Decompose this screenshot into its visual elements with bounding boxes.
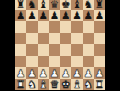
piece-black-queen: ♛ bbox=[50, 0, 59, 9]
square-g6[interactable] bbox=[83, 21, 94, 33]
square-a7[interactable]: ♟ bbox=[15, 10, 26, 22]
square-d3[interactable] bbox=[49, 56, 60, 68]
square-b7[interactable]: ♟ bbox=[26, 10, 37, 22]
square-g1[interactable]: ♞ bbox=[83, 79, 94, 91]
piece-black-pawn: ♟ bbox=[38, 10, 47, 21]
square-b4[interactable] bbox=[26, 44, 37, 56]
square-d5[interactable] bbox=[49, 33, 60, 45]
piece-black-pawn: ♟ bbox=[27, 10, 36, 21]
piece-white-pawn: ♟ bbox=[72, 68, 81, 79]
square-g5[interactable] bbox=[83, 33, 94, 45]
square-b3[interactable] bbox=[26, 56, 37, 68]
piece-black-pawn: ♟ bbox=[95, 10, 104, 21]
square-h1[interactable]: ♜ bbox=[94, 79, 105, 91]
square-c2[interactable]: ♟ bbox=[38, 67, 49, 79]
piece-white-bishop: ♝ bbox=[38, 79, 47, 90]
square-a6[interactable] bbox=[15, 21, 26, 33]
square-c3[interactable] bbox=[38, 56, 49, 68]
piece-white-bishop: ♝ bbox=[72, 79, 81, 90]
piece-black-pawn: ♟ bbox=[50, 10, 59, 21]
square-g3[interactable] bbox=[83, 56, 94, 68]
square-h6[interactable] bbox=[94, 21, 105, 33]
square-h3[interactable] bbox=[94, 56, 105, 68]
square-g2[interactable]: ♟ bbox=[83, 67, 94, 79]
piece-white-queen: ♛ bbox=[50, 79, 59, 90]
square-b2[interactable]: ♟ bbox=[26, 67, 37, 79]
square-h5[interactable] bbox=[94, 33, 105, 45]
piece-black-king: ♚ bbox=[61, 0, 70, 9]
square-g4[interactable] bbox=[83, 44, 94, 56]
piece-white-pawn: ♟ bbox=[50, 68, 59, 79]
square-c1[interactable]: ♝ bbox=[38, 79, 49, 91]
square-e3[interactable] bbox=[60, 56, 71, 68]
square-e2[interactable]: ♟ bbox=[60, 67, 71, 79]
piece-black-pawn: ♟ bbox=[61, 10, 70, 21]
piece-black-knight: ♞ bbox=[27, 0, 36, 9]
square-c5[interactable] bbox=[38, 33, 49, 45]
square-a4[interactable] bbox=[15, 44, 26, 56]
piece-white-knight: ♞ bbox=[27, 79, 36, 90]
square-c6[interactable] bbox=[38, 21, 49, 33]
square-e5[interactable] bbox=[60, 33, 71, 45]
piece-white-pawn: ♟ bbox=[38, 68, 47, 79]
piece-white-rook: ♜ bbox=[16, 79, 25, 90]
square-f4[interactable] bbox=[71, 44, 82, 56]
piece-white-pawn: ♟ bbox=[16, 68, 25, 79]
piece-black-pawn: ♟ bbox=[83, 10, 92, 21]
square-d7[interactable]: ♟ bbox=[49, 10, 60, 22]
square-e6[interactable] bbox=[60, 21, 71, 33]
square-f7[interactable]: ♟ bbox=[71, 10, 82, 22]
square-c7[interactable]: ♟ bbox=[38, 10, 49, 22]
square-h2[interactable]: ♟ bbox=[94, 67, 105, 79]
piece-black-rook: ♜ bbox=[16, 0, 25, 9]
piece-white-knight: ♞ bbox=[83, 79, 92, 90]
square-g7[interactable]: ♟ bbox=[83, 10, 94, 22]
square-f2[interactable]: ♟ bbox=[71, 67, 82, 79]
square-b6[interactable] bbox=[26, 21, 37, 33]
square-d1[interactable]: ♛ bbox=[49, 79, 60, 91]
piece-white-king: ♚ bbox=[61, 79, 70, 90]
square-b1[interactable]: ♞ bbox=[26, 79, 37, 91]
square-a1[interactable]: ♜ bbox=[15, 79, 26, 91]
piece-black-bishop: ♝ bbox=[38, 0, 47, 9]
piece-black-bishop: ♝ bbox=[72, 0, 81, 9]
piece-white-pawn: ♟ bbox=[61, 68, 70, 79]
square-f1[interactable]: ♝ bbox=[71, 79, 82, 91]
piece-black-pawn: ♟ bbox=[72, 10, 81, 21]
chess-board: ♜♞♝♛♚♝♞♜♟♟♟♟♟♟♟♟♟♟♟♟♟♟♟♟♜♞♝♛♚♝♞♜ bbox=[15, 0, 105, 90]
square-a2[interactable]: ♟ bbox=[15, 67, 26, 79]
piece-white-rook: ♜ bbox=[95, 79, 104, 90]
piece-black-knight: ♞ bbox=[83, 0, 92, 9]
square-h7[interactable]: ♟ bbox=[94, 10, 105, 22]
square-c4[interactable] bbox=[38, 44, 49, 56]
square-f6[interactable] bbox=[71, 21, 82, 33]
square-a5[interactable] bbox=[15, 33, 26, 45]
square-f5[interactable] bbox=[71, 33, 82, 45]
piece-white-pawn: ♟ bbox=[83, 68, 92, 79]
square-f3[interactable] bbox=[71, 56, 82, 68]
square-e4[interactable] bbox=[60, 44, 71, 56]
square-e7[interactable]: ♟ bbox=[60, 10, 71, 22]
piece-black-pawn: ♟ bbox=[16, 10, 25, 21]
square-h4[interactable] bbox=[94, 44, 105, 56]
piece-white-pawn: ♟ bbox=[95, 68, 104, 79]
square-d4[interactable] bbox=[49, 44, 60, 56]
square-d2[interactable]: ♟ bbox=[49, 67, 60, 79]
square-d6[interactable] bbox=[49, 21, 60, 33]
video-frame: ♜♞♝♛♚♝♞♜♟♟♟♟♟♟♟♟♟♟♟♟♟♟♟♟♜♞♝♛♚♝♞♜ bbox=[0, 0, 120, 90]
piece-white-pawn: ♟ bbox=[27, 68, 36, 79]
square-b5[interactable] bbox=[26, 33, 37, 45]
piece-black-rook: ♜ bbox=[95, 0, 104, 9]
square-a3[interactable] bbox=[15, 56, 26, 68]
square-e1[interactable]: ♚ bbox=[60, 79, 71, 91]
